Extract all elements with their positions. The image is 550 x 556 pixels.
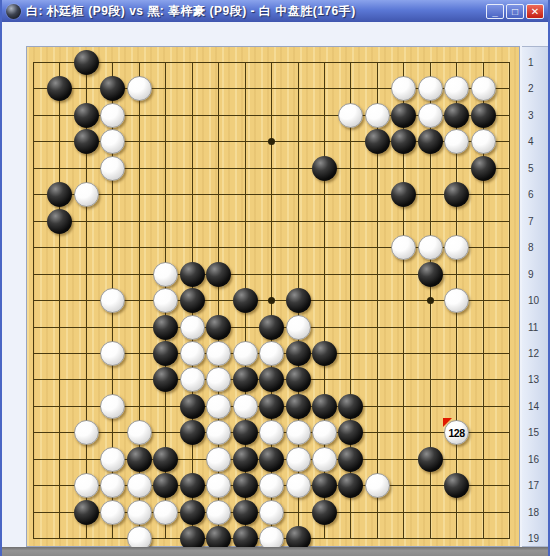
black-stone: [471, 156, 496, 181]
black-stone: [286, 288, 311, 313]
star-point: [427, 297, 434, 304]
black-stone: [338, 473, 363, 498]
row-number-label: 11: [522, 322, 546, 334]
star-point: [268, 138, 275, 145]
black-stone: [47, 182, 72, 207]
white-stone: [444, 235, 469, 260]
white-stone: [127, 500, 152, 525]
white-stone: [100, 288, 125, 313]
white-stone: [391, 235, 416, 260]
white-stone: [153, 500, 178, 525]
black-stone: [391, 182, 416, 207]
black-stone: [418, 129, 443, 154]
black-stone: [391, 103, 416, 128]
row-number-label: 12: [522, 348, 546, 360]
row-number-label: 9: [522, 269, 546, 281]
black-stone: [100, 76, 125, 101]
black-stone: [206, 262, 231, 287]
white-stone: [100, 341, 125, 366]
white-stone: [127, 473, 152, 498]
black-stone: [259, 447, 284, 472]
row-number-label: 15: [522, 427, 546, 439]
window-bottom-bar: [2, 547, 550, 556]
white-stone: [127, 76, 152, 101]
white-stone: [206, 367, 231, 392]
row-number-label: 5: [522, 163, 546, 175]
white-stone: [444, 129, 469, 154]
black-stone: [153, 447, 178, 472]
white-stone: [418, 76, 443, 101]
white-stone: [206, 341, 231, 366]
go-stone-app-icon: [6, 4, 21, 19]
black-stone: [180, 420, 205, 445]
row-number-label: 10: [522, 295, 546, 307]
white-stone: [286, 315, 311, 340]
maximize-button[interactable]: □: [506, 4, 524, 19]
white-stone: [206, 473, 231, 498]
grid-line-vertical: [509, 62, 510, 539]
row-number-label: 7: [522, 216, 546, 228]
last-move-marker-flag: [443, 418, 452, 427]
black-stone: [180, 394, 205, 419]
row-number-label: 16: [522, 454, 546, 466]
row-number-label: 3: [522, 110, 546, 122]
black-stone: [74, 500, 99, 525]
white-stone: [100, 103, 125, 128]
black-stone: [47, 76, 72, 101]
row-number-label: 17: [522, 480, 546, 492]
black-stone: [312, 341, 337, 366]
white-stone: [180, 341, 205, 366]
white-stone: [74, 182, 99, 207]
black-stone: [74, 103, 99, 128]
row-number-label: 8: [522, 242, 546, 254]
white-stone: [444, 76, 469, 101]
white-stone: [206, 447, 231, 472]
close-button[interactable]: ✕: [526, 4, 544, 19]
black-stone: [312, 394, 337, 419]
black-stone: [233, 473, 258, 498]
white-stone: [259, 473, 284, 498]
white-stone: [259, 341, 284, 366]
black-stone: [180, 288, 205, 313]
white-stone: [286, 447, 311, 472]
black-stone: [233, 367, 258, 392]
black-stone: [233, 288, 258, 313]
black-stone: [206, 315, 231, 340]
black-stone: [233, 447, 258, 472]
black-stone: [180, 500, 205, 525]
white-stone: [365, 473, 390, 498]
go-app-window: 白: 朴廷桓 (P9段) vs 黑: 辜梓豪 (P9段) - 白 中盘胜(176…: [0, 0, 550, 556]
black-stone: [153, 341, 178, 366]
black-stone: [259, 367, 284, 392]
white-stone: [180, 315, 205, 340]
black-stone: [444, 182, 469, 207]
black-stone: [338, 394, 363, 419]
white-stone: [259, 500, 284, 525]
white-stone: [100, 394, 125, 419]
black-stone: [312, 156, 337, 181]
black-stone: [180, 473, 205, 498]
white-stone: [444, 288, 469, 313]
black-stone: [259, 315, 284, 340]
row-number-label: 4: [522, 136, 546, 148]
black-stone: [233, 500, 258, 525]
row-number-label: 18: [522, 507, 546, 519]
white-stone: [338, 103, 363, 128]
row-number-strip: 12345678910111213141516171819: [522, 46, 550, 547]
white-stone: [471, 129, 496, 154]
go-board[interactable]: 128: [26, 46, 520, 547]
white-stone: [418, 103, 443, 128]
row-number-label: 1: [522, 57, 546, 69]
black-stone: [286, 367, 311, 392]
black-stone: [338, 420, 363, 445]
minimize-button[interactable]: _: [486, 4, 504, 19]
white-stone: [100, 500, 125, 525]
row-number-label: 6: [522, 189, 546, 201]
row-number-label: 13: [522, 374, 546, 386]
white-stone: [391, 76, 416, 101]
window-title: 白: 朴廷桓 (P9段) vs 黑: 辜梓豪 (P9段) - 白 中盘胜(176…: [26, 3, 486, 20]
black-stone: [233, 420, 258, 445]
black-stone: [338, 447, 363, 472]
row-number-label: 19: [522, 533, 546, 545]
white-stone: [206, 420, 231, 445]
black-stone: [418, 447, 443, 472]
black-stone: [391, 129, 416, 154]
white-stone: [312, 420, 337, 445]
window-controls: _ □ ✕: [486, 4, 544, 19]
black-stone: [312, 500, 337, 525]
black-stone: [286, 341, 311, 366]
white-stone: [100, 473, 125, 498]
black-stone: [180, 262, 205, 287]
black-stone: [418, 262, 443, 287]
white-stone: [153, 288, 178, 313]
white-stone: [100, 447, 125, 472]
black-stone: [153, 367, 178, 392]
white-stone: [418, 235, 443, 260]
black-stone: [153, 473, 178, 498]
white-stone: [206, 394, 231, 419]
white-stone: [312, 447, 337, 472]
row-number-label: 14: [522, 401, 546, 413]
row-number-label: 2: [522, 83, 546, 95]
white-stone: [206, 500, 231, 525]
white-stone: [74, 473, 99, 498]
white-stone: [259, 420, 284, 445]
white-stone: [100, 129, 125, 154]
black-stone: [47, 209, 72, 234]
white-stone: [153, 262, 178, 287]
white-stone: [471, 76, 496, 101]
white-stone: [127, 420, 152, 445]
black-stone: [312, 473, 337, 498]
title-bar[interactable]: 白: 朴廷桓 (P9段) vs 黑: 辜梓豪 (P9段) - 白 中盘胜(176…: [2, 0, 548, 22]
black-stone: [365, 129, 390, 154]
black-stone: [471, 103, 496, 128]
white-stone: [365, 103, 390, 128]
white-stone: [74, 420, 99, 445]
black-stone: [74, 50, 99, 75]
black-stone: [444, 473, 469, 498]
star-point: [268, 297, 275, 304]
white-stone: [180, 367, 205, 392]
black-stone: [74, 129, 99, 154]
black-stone: [259, 394, 284, 419]
black-stone: [127, 447, 152, 472]
white-stone: [233, 341, 258, 366]
white-stone: [100, 156, 125, 181]
black-stone: [444, 103, 469, 128]
white-stone: [286, 473, 311, 498]
white-stone: [233, 394, 258, 419]
white-stone: [286, 420, 311, 445]
black-stone: [153, 315, 178, 340]
black-stone: [286, 394, 311, 419]
